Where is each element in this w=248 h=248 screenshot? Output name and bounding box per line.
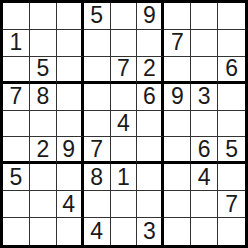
given-cell-r3c9[interactable]: 6: [218, 57, 245, 84]
given-cell-r9c4[interactable]: 4: [84, 218, 111, 245]
empty-cell-r9c2[interactable]: [30, 218, 57, 245]
empty-cell-r8c8[interactable]: [191, 191, 218, 218]
empty-cell-r9c7[interactable]: [164, 218, 191, 245]
empty-cell-r5c8[interactable]: [191, 111, 218, 138]
given-cell-r7c1[interactable]: 5: [3, 164, 30, 191]
empty-cell-r7c3[interactable]: [57, 164, 84, 191]
empty-cell-r1c9[interactable]: [218, 3, 245, 30]
empty-cell-r9c8[interactable]: [191, 218, 218, 245]
given-cell-r3c2[interactable]: 5: [30, 57, 57, 84]
given-cell-r9c6[interactable]: 3: [137, 218, 164, 245]
empty-cell-r3c8[interactable]: [191, 57, 218, 84]
given-cell-r4c2[interactable]: 8: [30, 84, 57, 111]
given-cell-r4c8[interactable]: 3: [191, 84, 218, 111]
empty-cell-r8c7[interactable]: [164, 191, 191, 218]
given-cell-r5c5[interactable]: 4: [111, 111, 138, 138]
empty-cell-r2c4[interactable]: [84, 30, 111, 57]
empty-cell-r8c6[interactable]: [137, 191, 164, 218]
empty-cell-r7c9[interactable]: [218, 164, 245, 191]
empty-cell-r5c1[interactable]: [3, 111, 30, 138]
empty-cell-r5c6[interactable]: [137, 111, 164, 138]
empty-cell-r4c9[interactable]: [218, 84, 245, 111]
empty-cell-r4c5[interactable]: [111, 84, 138, 111]
given-cell-r1c6[interactable]: 9: [137, 3, 164, 30]
empty-cell-r6c6[interactable]: [137, 137, 164, 164]
empty-cell-r1c8[interactable]: [191, 3, 218, 30]
given-cell-r6c3[interactable]: 9: [57, 137, 84, 164]
given-cell-r8c3[interactable]: 4: [57, 191, 84, 218]
empty-cell-r7c2[interactable]: [30, 164, 57, 191]
empty-cell-r9c3[interactable]: [57, 218, 84, 245]
given-cell-r1c4[interactable]: 5: [84, 3, 111, 30]
given-cell-r3c6[interactable]: 2: [137, 57, 164, 84]
empty-cell-r5c2[interactable]: [30, 111, 57, 138]
empty-cell-r6c7[interactable]: [164, 137, 191, 164]
empty-cell-r7c6[interactable]: [137, 164, 164, 191]
given-cell-r4c6[interactable]: 6: [137, 84, 164, 111]
given-cell-r4c1[interactable]: 7: [3, 84, 30, 111]
empty-cell-r9c9[interactable]: [218, 218, 245, 245]
sudoku-board: 591757267869342976558144743: [0, 0, 248, 248]
empty-cell-r3c7[interactable]: [164, 57, 191, 84]
given-cell-r6c4[interactable]: 7: [84, 137, 111, 164]
empty-cell-r4c3[interactable]: [57, 84, 84, 111]
given-cell-r2c1[interactable]: 1: [3, 30, 30, 57]
given-cell-r6c8[interactable]: 6: [191, 137, 218, 164]
empty-cell-r3c1[interactable]: [3, 57, 30, 84]
empty-cell-r2c9[interactable]: [218, 30, 245, 57]
empty-cell-r8c2[interactable]: [30, 191, 57, 218]
given-cell-r2c7[interactable]: 7: [164, 30, 191, 57]
empty-cell-r6c5[interactable]: [111, 137, 138, 164]
empty-cell-r9c5[interactable]: [111, 218, 138, 245]
given-cell-r8c9[interactable]: 7: [218, 191, 245, 218]
empty-cell-r2c2[interactable]: [30, 30, 57, 57]
given-cell-r4c7[interactable]: 9: [164, 84, 191, 111]
empty-cell-r5c9[interactable]: [218, 111, 245, 138]
empty-cell-r1c5[interactable]: [111, 3, 138, 30]
empty-cell-r8c5[interactable]: [111, 191, 138, 218]
empty-cell-r2c6[interactable]: [137, 30, 164, 57]
empty-cell-r5c7[interactable]: [164, 111, 191, 138]
given-cell-r7c8[interactable]: 4: [191, 164, 218, 191]
empty-cell-r1c7[interactable]: [164, 3, 191, 30]
empty-cell-r1c1[interactable]: [3, 3, 30, 30]
empty-cell-r5c4[interactable]: [84, 111, 111, 138]
empty-cell-r2c8[interactable]: [191, 30, 218, 57]
empty-cell-r4c4[interactable]: [84, 84, 111, 111]
given-cell-r6c2[interactable]: 2: [30, 137, 57, 164]
empty-cell-r8c4[interactable]: [84, 191, 111, 218]
given-cell-r7c4[interactable]: 8: [84, 164, 111, 191]
empty-cell-r5c3[interactable]: [57, 111, 84, 138]
empty-cell-r7c7[interactable]: [164, 164, 191, 191]
given-cell-r6c9[interactable]: 5: [218, 137, 245, 164]
empty-cell-r3c3[interactable]: [57, 57, 84, 84]
empty-cell-r1c2[interactable]: [30, 3, 57, 30]
empty-cell-r1c3[interactable]: [57, 3, 84, 30]
empty-cell-r8c1[interactable]: [3, 191, 30, 218]
empty-cell-r6c1[interactable]: [3, 137, 30, 164]
empty-cell-r3c4[interactable]: [84, 57, 111, 84]
given-cell-r7c5[interactable]: 1: [111, 164, 138, 191]
given-cell-r3c5[interactable]: 7: [111, 57, 138, 84]
empty-cell-r2c3[interactable]: [57, 30, 84, 57]
empty-cell-r9c1[interactable]: [3, 218, 30, 245]
empty-cell-r2c5[interactable]: [111, 30, 138, 57]
